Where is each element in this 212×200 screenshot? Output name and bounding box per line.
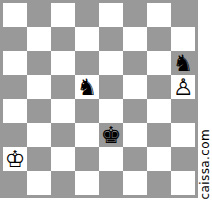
square-e1[interactable] [99,171,123,195]
square-e3[interactable]: ♚ [99,123,123,147]
square-c3[interactable] [51,123,75,147]
square-g6[interactable] [147,51,171,75]
black-knight[interactable]: ♞ [75,75,99,99]
square-d4[interactable] [75,99,99,123]
square-h5[interactable]: ♙ [171,75,195,99]
square-f8[interactable] [123,3,147,27]
square-h8[interactable] [171,3,195,27]
square-g4[interactable] [147,99,171,123]
square-d5[interactable]: ♞ [75,75,99,99]
black-knight[interactable]: ♞ [171,51,195,75]
square-d8[interactable] [75,3,99,27]
square-b6[interactable] [27,51,51,75]
square-d7[interactable] [75,27,99,51]
square-e5[interactable] [99,75,123,99]
square-d3[interactable] [75,123,99,147]
square-h6[interactable]: ♞ [171,51,195,75]
watermark: caissa.com [197,123,212,199]
square-g5[interactable] [147,75,171,99]
square-e6[interactable] [99,51,123,75]
square-c8[interactable] [51,3,75,27]
square-d6[interactable] [75,51,99,75]
square-a3[interactable] [3,123,27,147]
white-pawn[interactable]: ♙ [171,75,195,99]
square-e2[interactable] [99,147,123,171]
square-f5[interactable] [123,75,147,99]
square-f2[interactable] [123,147,147,171]
chess-diagram: ♞♞♙♚♔ caissa.com [0,0,212,200]
square-b5[interactable] [27,75,51,99]
square-h7[interactable] [171,27,195,51]
square-a8[interactable] [3,3,27,27]
square-f4[interactable] [123,99,147,123]
square-e8[interactable] [99,3,123,27]
square-f7[interactable] [123,27,147,51]
square-g2[interactable] [147,147,171,171]
white-king[interactable]: ♔ [3,147,27,171]
square-a5[interactable] [3,75,27,99]
square-c4[interactable] [51,99,75,123]
square-f1[interactable] [123,171,147,195]
square-c5[interactable] [51,75,75,99]
square-f3[interactable] [123,123,147,147]
square-e7[interactable] [99,27,123,51]
square-d2[interactable] [75,147,99,171]
square-b4[interactable] [27,99,51,123]
square-b3[interactable] [27,123,51,147]
caissa-credit-text: caissa.com [197,123,212,199]
black-king[interactable]: ♚ [99,123,123,147]
square-g8[interactable] [147,3,171,27]
square-a2[interactable]: ♔ [3,147,27,171]
square-b7[interactable] [27,27,51,51]
square-h3[interactable] [171,123,195,147]
square-a4[interactable] [3,99,27,123]
square-b2[interactable] [27,147,51,171]
square-e4[interactable] [99,99,123,123]
square-h2[interactable] [171,147,195,171]
square-a1[interactable] [3,171,27,195]
square-c2[interactable] [51,147,75,171]
square-a6[interactable] [3,51,27,75]
square-b8[interactable] [27,3,51,27]
square-c6[interactable] [51,51,75,75]
square-f6[interactable] [123,51,147,75]
square-b1[interactable] [27,171,51,195]
square-h4[interactable] [171,99,195,123]
square-c7[interactable] [51,27,75,51]
square-g7[interactable] [147,27,171,51]
chess-board: ♞♞♙♚♔ [0,0,198,198]
square-d1[interactable] [75,171,99,195]
square-a7[interactable] [3,27,27,51]
square-c1[interactable] [51,171,75,195]
square-h1[interactable] [171,171,195,195]
square-g1[interactable] [147,171,171,195]
square-g3[interactable] [147,123,171,147]
